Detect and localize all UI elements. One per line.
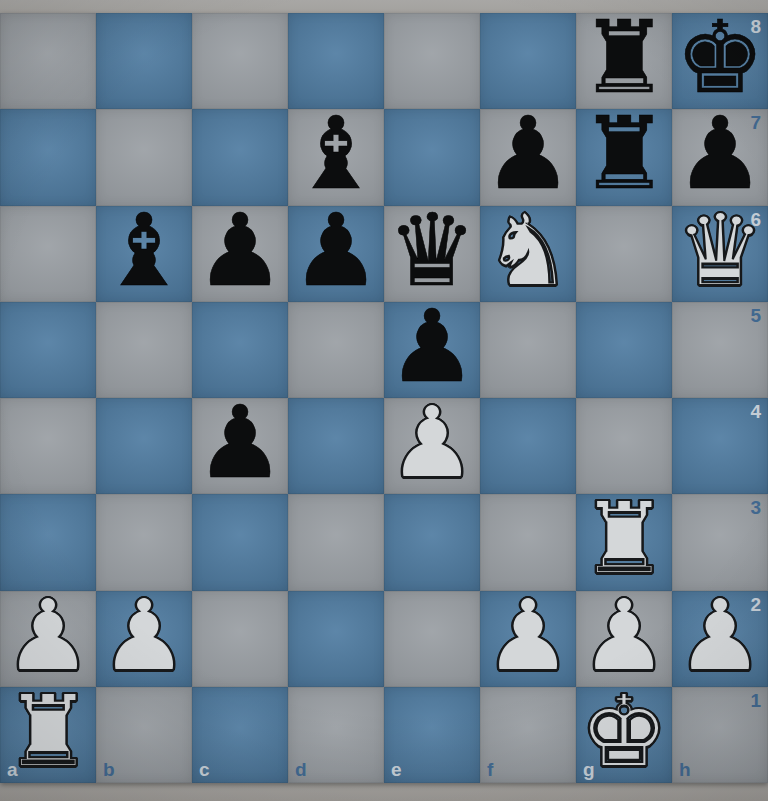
rank-label-4: 4 bbox=[750, 402, 761, 421]
square-g1[interactable]: g♚ bbox=[576, 687, 672, 783]
piece-white-knight[interactable]: ♞ bbox=[483, 203, 573, 299]
piece-black-bishop[interactable]: ♝ bbox=[291, 106, 381, 202]
square-b6[interactable]: ♝ bbox=[96, 206, 192, 302]
piece-black-bishop[interactable]: ♝ bbox=[99, 203, 189, 299]
piece-white-pawn[interactable]: ♟ bbox=[483, 588, 573, 684]
square-c8[interactable] bbox=[192, 13, 288, 109]
square-h4[interactable]: 4 bbox=[672, 398, 768, 494]
rank-label-1: 1 bbox=[750, 691, 761, 710]
square-g7[interactable]: ♜ bbox=[576, 109, 672, 205]
square-d6[interactable]: ♟ bbox=[288, 206, 384, 302]
square-b5[interactable] bbox=[96, 302, 192, 398]
piece-black-pawn[interactable]: ♟ bbox=[195, 395, 285, 491]
piece-white-queen[interactable]: ♛ bbox=[675, 203, 765, 299]
piece-black-rook[interactable]: ♜ bbox=[579, 10, 669, 106]
piece-black-pawn[interactable]: ♟ bbox=[483, 106, 573, 202]
rank-label-3: 3 bbox=[750, 498, 761, 517]
rank-label-5: 5 bbox=[750, 306, 761, 325]
square-a4[interactable] bbox=[0, 398, 96, 494]
square-b1[interactable]: b bbox=[96, 687, 192, 783]
square-c3[interactable] bbox=[192, 494, 288, 590]
file-label-b: b bbox=[103, 760, 115, 779]
square-g5[interactable] bbox=[576, 302, 672, 398]
square-h5[interactable]: 5 bbox=[672, 302, 768, 398]
piece-white-pawn[interactable]: ♟ bbox=[99, 588, 189, 684]
file-label-f: f bbox=[487, 760, 493, 779]
square-h6[interactable]: 6♛ bbox=[672, 206, 768, 302]
square-f2[interactable]: ♟ bbox=[480, 591, 576, 687]
piece-black-pawn[interactable]: ♟ bbox=[387, 299, 477, 395]
square-d5[interactable] bbox=[288, 302, 384, 398]
square-e4[interactable]: ♟ bbox=[384, 398, 480, 494]
piece-white-rook[interactable]: ♜ bbox=[3, 684, 93, 780]
chess-board: ♜8♚♝♟♜7♟♝♟♟♛♞6♛♟5♟♟4♜3♟♟♟♟2♟a♜bcdefg♚1h bbox=[0, 13, 768, 783]
square-f4[interactable] bbox=[480, 398, 576, 494]
file-label-e: e bbox=[391, 760, 402, 779]
square-a5[interactable] bbox=[0, 302, 96, 398]
square-b2[interactable]: ♟ bbox=[96, 591, 192, 687]
file-label-h: h bbox=[679, 760, 691, 779]
square-f5[interactable] bbox=[480, 302, 576, 398]
square-b4[interactable] bbox=[96, 398, 192, 494]
piece-black-pawn[interactable]: ♟ bbox=[675, 106, 765, 202]
square-f1[interactable]: f bbox=[480, 687, 576, 783]
square-a8[interactable] bbox=[0, 13, 96, 109]
square-a6[interactable] bbox=[0, 206, 96, 302]
square-e3[interactable] bbox=[384, 494, 480, 590]
square-f6[interactable]: ♞ bbox=[480, 206, 576, 302]
square-g6[interactable] bbox=[576, 206, 672, 302]
piece-black-pawn[interactable]: ♟ bbox=[195, 203, 285, 299]
square-c4[interactable]: ♟ bbox=[192, 398, 288, 494]
piece-black-king[interactable]: ♚ bbox=[675, 10, 765, 106]
square-d2[interactable] bbox=[288, 591, 384, 687]
piece-black-pawn[interactable]: ♟ bbox=[291, 203, 381, 299]
page-background: ♜8♚♝♟♜7♟♝♟♟♛♞6♛♟5♟♟4♜3♟♟♟♟2♟a♜bcdefg♚1h bbox=[0, 0, 768, 801]
square-c2[interactable] bbox=[192, 591, 288, 687]
piece-white-pawn[interactable]: ♟ bbox=[579, 588, 669, 684]
piece-white-pawn[interactable]: ♟ bbox=[3, 588, 93, 684]
square-e8[interactable] bbox=[384, 13, 480, 109]
square-e2[interactable] bbox=[384, 591, 480, 687]
square-e1[interactable]: e bbox=[384, 687, 480, 783]
square-h2[interactable]: 2♟ bbox=[672, 591, 768, 687]
piece-white-king[interactable]: ♚ bbox=[579, 684, 669, 780]
piece-black-rook[interactable]: ♜ bbox=[579, 106, 669, 202]
file-label-d: d bbox=[295, 760, 307, 779]
file-label-c: c bbox=[199, 760, 210, 779]
piece-white-rook[interactable]: ♜ bbox=[579, 491, 669, 587]
square-c1[interactable]: c bbox=[192, 687, 288, 783]
piece-white-pawn[interactable]: ♟ bbox=[675, 588, 765, 684]
square-a7[interactable] bbox=[0, 109, 96, 205]
square-c6[interactable]: ♟ bbox=[192, 206, 288, 302]
square-d3[interactable] bbox=[288, 494, 384, 590]
square-d1[interactable]: d bbox=[288, 687, 384, 783]
piece-white-pawn[interactable]: ♟ bbox=[387, 395, 477, 491]
square-h1[interactable]: 1h bbox=[672, 687, 768, 783]
square-b8[interactable] bbox=[96, 13, 192, 109]
piece-black-queen[interactable]: ♛ bbox=[387, 203, 477, 299]
square-a1[interactable]: a♜ bbox=[0, 687, 96, 783]
square-d4[interactable] bbox=[288, 398, 384, 494]
